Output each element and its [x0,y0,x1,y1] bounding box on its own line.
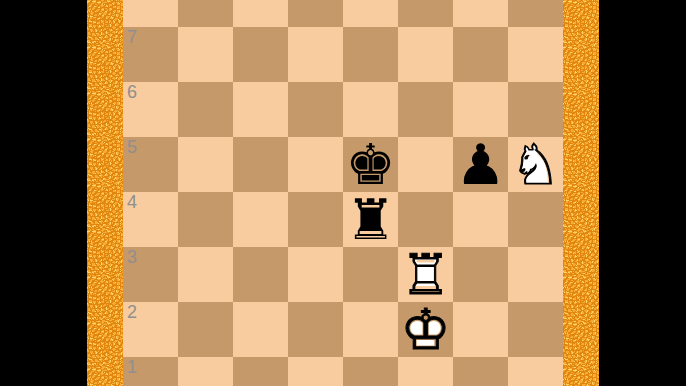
square-f1[interactable] [398,357,453,386]
piece-outline-glyph: ♘ [508,137,563,192]
square-b3[interactable] [178,247,233,302]
board-grid: 765♚♟♞♘4♜3♜♖2♚♔1 [123,0,563,386]
square-e4[interactable]: ♜ [343,192,398,247]
black-pawn-g5[interactable]: ♟ [453,137,508,192]
square-c4[interactable] [233,192,288,247]
rank-label-2: 2 [127,303,137,323]
square-f3[interactable]: ♜♖ [398,247,453,302]
board-border-right [563,0,599,386]
square-h3[interactable] [508,247,563,302]
square-a2[interactable]: 2 [123,302,178,357]
square-a1[interactable]: 1 [123,357,178,386]
square-g1[interactable] [453,357,508,386]
square-b2[interactable] [178,302,233,357]
square-h4[interactable] [508,192,563,247]
black-rook-e4[interactable]: ♜ [343,192,398,247]
letterbox-right [599,0,686,386]
square-h2[interactable] [508,302,563,357]
black-king-e5[interactable]: ♚ [343,137,398,192]
square-c5[interactable] [233,137,288,192]
square-c3[interactable] [233,247,288,302]
square-g2[interactable] [453,302,508,357]
square-e5[interactable]: ♚ [343,137,398,192]
square-g5[interactable]: ♟ [453,137,508,192]
square-c1[interactable] [233,357,288,386]
square-f8[interactable] [398,0,453,27]
square-f6[interactable] [398,82,453,137]
square-a8[interactable] [123,0,178,27]
square-h8[interactable] [508,0,563,27]
square-g6[interactable] [453,82,508,137]
video-frame: 765♚♟♞♘4♜3♜♖2♚♔1 [0,0,686,386]
square-f7[interactable] [398,27,453,82]
square-b1[interactable] [178,357,233,386]
square-h5[interactable]: ♞♘ [508,137,563,192]
square-f4[interactable] [398,192,453,247]
square-g3[interactable] [453,247,508,302]
square-c7[interactable] [233,27,288,82]
square-a4[interactable]: 4 [123,192,178,247]
piece-glyph: ♜ [343,192,398,247]
square-d6[interactable] [288,82,343,137]
square-g8[interactable] [453,0,508,27]
square-d4[interactable] [288,192,343,247]
square-e7[interactable] [343,27,398,82]
rank-label-5: 5 [127,138,137,158]
piece-outline-glyph: ♖ [398,247,453,302]
square-e2[interactable] [343,302,398,357]
square-e8[interactable] [343,0,398,27]
square-b7[interactable] [178,27,233,82]
square-d2[interactable] [288,302,343,357]
square-b5[interactable] [178,137,233,192]
rank-label-3: 3 [127,248,137,268]
square-c8[interactable] [233,0,288,27]
white-king-f2[interactable]: ♚♔ [398,302,453,357]
square-a6[interactable]: 6 [123,82,178,137]
square-e6[interactable] [343,82,398,137]
piece-glyph: ♚ [343,137,398,192]
square-d1[interactable] [288,357,343,386]
square-d5[interactable] [288,137,343,192]
square-f5[interactable] [398,137,453,192]
square-d7[interactable] [288,27,343,82]
square-d8[interactable] [288,0,343,27]
square-f2[interactable]: ♚♔ [398,302,453,357]
square-b4[interactable] [178,192,233,247]
chess-board: 765♚♟♞♘4♜3♜♖2♚♔1 [123,0,563,386]
square-h1[interactable] [508,357,563,386]
square-h6[interactable] [508,82,563,137]
square-h7[interactable] [508,27,563,82]
square-b6[interactable] [178,82,233,137]
rank-label-7: 7 [127,28,137,48]
piece-glyph: ♟ [453,137,508,192]
white-rook-f3[interactable]: ♜♖ [398,247,453,302]
square-b8[interactable] [178,0,233,27]
square-g4[interactable] [453,192,508,247]
square-a7[interactable]: 7 [123,27,178,82]
square-e3[interactable] [343,247,398,302]
square-g7[interactable] [453,27,508,82]
rank-label-4: 4 [127,193,137,213]
board-border-left [87,0,123,386]
square-d3[interactable] [288,247,343,302]
square-a3[interactable]: 3 [123,247,178,302]
square-c2[interactable] [233,302,288,357]
rank-label-1: 1 [127,358,137,378]
square-a5[interactable]: 5 [123,137,178,192]
square-e1[interactable] [343,357,398,386]
white-knight-h5[interactable]: ♞♘ [508,137,563,192]
letterbox-left [0,0,87,386]
rank-label-6: 6 [127,83,137,103]
square-c6[interactable] [233,82,288,137]
piece-outline-glyph: ♔ [398,302,453,357]
